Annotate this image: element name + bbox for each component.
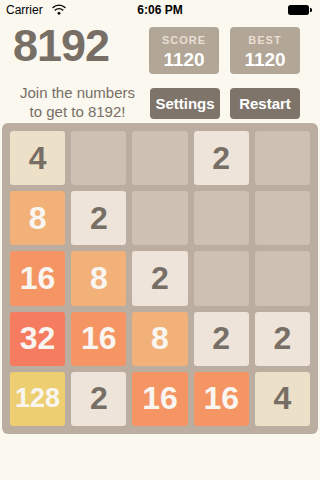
- status-bar: Carrier 6:06 PM: [0, 0, 320, 20]
- tile-8: 8: [132, 312, 187, 366]
- score-value: 1120: [149, 49, 219, 71]
- app-screen: Carrier 6:06 PM 8192 SCORE 1120 BEST 112…: [0, 0, 320, 480]
- tile-8: 8: [10, 191, 65, 245]
- best-label: BEST: [230, 34, 300, 46]
- tagline: Join the numbers to get to 8192!: [5, 84, 150, 121]
- tile-2: 2: [71, 191, 126, 245]
- best-box: BEST 1120: [230, 27, 300, 74]
- empty-cell: [255, 251, 310, 305]
- tile-16: 16: [71, 312, 126, 366]
- tile-128: 128: [10, 372, 65, 426]
- tile-2: 2: [194, 131, 249, 185]
- best-value: 1120: [230, 49, 300, 71]
- empty-cell: [132, 191, 187, 245]
- empty-cell: [255, 131, 310, 185]
- tile-4: 4: [10, 131, 65, 185]
- tile-16: 16: [10, 251, 65, 305]
- tile-4: 4: [255, 372, 310, 426]
- empty-cell: [71, 131, 126, 185]
- battery-nub: [310, 8, 312, 12]
- score-label: SCORE: [149, 34, 219, 46]
- settings-button[interactable]: Settings: [150, 88, 220, 119]
- tile-32: 32: [10, 312, 65, 366]
- empty-cell: [255, 191, 310, 245]
- tile-2: 2: [132, 251, 187, 305]
- page-title: 8192: [13, 20, 109, 72]
- tile-16: 16: [194, 372, 249, 426]
- score-box: SCORE 1120: [149, 27, 219, 74]
- tile-16: 16: [132, 372, 187, 426]
- tile-2: 2: [194, 312, 249, 366]
- tile-8: 8: [71, 251, 126, 305]
- restart-button[interactable]: Restart: [230, 88, 300, 119]
- battery-icon: [288, 5, 313, 15]
- empty-cell: [194, 251, 249, 305]
- empty-cell: [194, 191, 249, 245]
- tagline-line2: to get to 8192!: [30, 103, 126, 120]
- tagline-line1: Join the numbers: [20, 84, 135, 101]
- board[interactable]: 428216823216822128216164: [2, 123, 318, 434]
- empty-cell: [132, 131, 187, 185]
- status-time: 6:06 PM: [0, 3, 320, 17]
- tile-2: 2: [255, 312, 310, 366]
- battery-body: [288, 5, 309, 15]
- tile-2: 2: [71, 372, 126, 426]
